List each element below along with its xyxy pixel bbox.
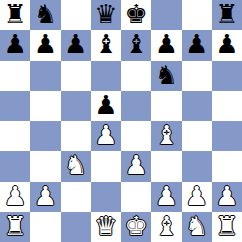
square-f3[interactable] [151,151,181,181]
square-a5[interactable] [0,91,30,121]
square-e8[interactable]: ♚ [121,0,151,30]
square-a1[interactable]: ♜ [0,212,30,242]
square-b7[interactable]: ♟ [30,30,60,60]
square-c5[interactable] [61,91,91,121]
square-h7[interactable]: ♟ [212,30,242,60]
square-a6[interactable] [0,61,30,91]
piece-black-pawn[interactable]: ♟ [34,31,57,57]
piece-white-bishop[interactable]: ♝ [155,213,178,239]
square-c1[interactable] [61,212,91,242]
piece-white-queen[interactable]: ♛ [94,213,117,239]
square-h1[interactable]: ♜ [212,212,242,242]
square-f1[interactable]: ♝ [151,212,181,242]
square-d8[interactable]: ♛ [91,0,121,30]
square-b1[interactable] [30,212,60,242]
square-g2[interactable]: ♟ [182,182,212,212]
piece-white-pawn[interactable]: ♟ [185,183,208,209]
piece-black-rook[interactable]: ♜ [215,1,238,27]
square-d7[interactable]: ♝ [91,30,121,60]
piece-white-knight[interactable]: ♞ [64,152,87,178]
piece-black-pawn[interactable]: ♟ [3,31,26,57]
square-g8[interactable] [182,0,212,30]
square-h2[interactable]: ♟ [212,182,242,212]
square-c6[interactable] [61,61,91,91]
square-e6[interactable] [121,61,151,91]
piece-white-knight[interactable]: ♞ [185,213,208,239]
square-f4[interactable]: ♝ [151,121,181,151]
piece-black-rook[interactable]: ♜ [3,1,26,27]
square-b3[interactable] [30,151,60,181]
square-a2[interactable]: ♟ [0,182,30,212]
square-d5[interactable]: ♟ [91,91,121,121]
square-h3[interactable] [212,151,242,181]
square-c4[interactable] [61,121,91,151]
square-d4[interactable]: ♟ [91,121,121,151]
piece-white-king[interactable]: ♚ [124,213,147,239]
piece-black-bishop[interactable]: ♝ [94,31,117,57]
piece-white-pawn[interactable]: ♟ [34,183,57,209]
square-d3[interactable] [91,151,121,181]
square-f7[interactable]: ♟ [151,30,181,60]
square-g7[interactable]: ♟ [182,30,212,60]
piece-black-pawn[interactable]: ♟ [215,31,238,57]
square-b2[interactable]: ♟ [30,182,60,212]
piece-white-pawn[interactable]: ♟ [3,183,26,209]
square-g3[interactable] [182,151,212,181]
square-a4[interactable] [0,121,30,151]
square-e2[interactable] [121,182,151,212]
piece-white-pawn[interactable]: ♟ [215,183,238,209]
piece-white-bishop[interactable]: ♝ [155,122,178,148]
piece-black-king[interactable]: ♚ [124,1,147,27]
square-h8[interactable]: ♜ [212,0,242,30]
square-d6[interactable] [91,61,121,91]
square-h5[interactable] [212,91,242,121]
chess-board-container: ♜♞♛♚♜♟♟♟♝♝♟♟♟♞♟♟♝♞♟♟♟♟♟♟♜♛♚♝♞♜ [0,0,242,242]
piece-black-pawn[interactable]: ♟ [64,31,87,57]
piece-black-bishop[interactable]: ♝ [124,31,147,57]
piece-white-pawn[interactable]: ♟ [94,122,117,148]
square-b6[interactable] [30,61,60,91]
square-f6[interactable]: ♞ [151,61,181,91]
square-c3[interactable]: ♞ [61,151,91,181]
square-f8[interactable] [151,0,181,30]
square-f5[interactable] [151,91,181,121]
square-c2[interactable] [61,182,91,212]
square-a3[interactable] [0,151,30,181]
square-a8[interactable]: ♜ [0,0,30,30]
piece-black-pawn[interactable]: ♟ [185,31,208,57]
square-h6[interactable] [212,61,242,91]
square-b8[interactable]: ♞ [30,0,60,30]
square-g4[interactable] [182,121,212,151]
square-c8[interactable] [61,0,91,30]
square-e1[interactable]: ♚ [121,212,151,242]
piece-black-knight[interactable]: ♞ [34,1,57,27]
square-d2[interactable] [91,182,121,212]
square-e4[interactable] [121,121,151,151]
piece-black-pawn[interactable]: ♟ [155,31,178,57]
square-g6[interactable] [182,61,212,91]
square-d1[interactable]: ♛ [91,212,121,242]
piece-black-knight[interactable]: ♞ [155,62,178,88]
square-f2[interactable]: ♟ [151,182,181,212]
square-e7[interactable]: ♝ [121,30,151,60]
square-c7[interactable]: ♟ [61,30,91,60]
square-g5[interactable] [182,91,212,121]
piece-white-pawn[interactable]: ♟ [124,152,147,178]
piece-black-pawn[interactable]: ♟ [94,92,117,118]
square-e3[interactable]: ♟ [121,151,151,181]
square-b4[interactable] [30,121,60,151]
piece-white-rook[interactable]: ♜ [3,213,26,239]
square-h4[interactable] [212,121,242,151]
piece-white-pawn[interactable]: ♟ [155,183,178,209]
square-g1[interactable]: ♞ [182,212,212,242]
square-b5[interactable] [30,91,60,121]
piece-black-queen[interactable]: ♛ [94,1,117,27]
square-e5[interactable] [121,91,151,121]
square-a7[interactable]: ♟ [0,30,30,60]
piece-white-rook[interactable]: ♜ [215,213,238,239]
chess-board: ♜♞♛♚♜♟♟♟♝♝♟♟♟♞♟♟♝♞♟♟♟♟♟♟♜♛♚♝♞♜ [0,0,242,242]
